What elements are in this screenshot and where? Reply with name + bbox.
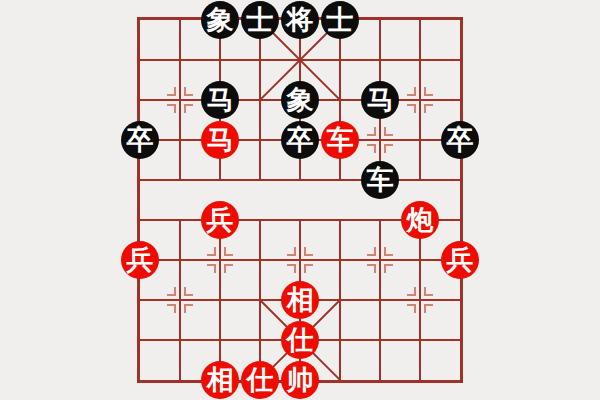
point-marker [167,87,176,96]
red-elephant-piece[interactable]: 相 [281,281,319,319]
black-pawn-piece[interactable]: 卒 [281,121,319,159]
point-marker [407,87,416,96]
red-pawn-piece[interactable]: 兵 [441,241,479,279]
point-marker [207,247,216,256]
black-horse-piece[interactable]: 马 [361,81,399,119]
point-marker [167,104,176,113]
point-marker [184,304,193,313]
black-chariot-piece[interactable]: 车 [361,161,399,199]
point-marker [424,104,433,113]
board-line [419,220,421,380]
black-pawn-piece[interactable]: 卒 [121,121,159,159]
point-marker [224,247,233,256]
black-advisor-piece[interactable]: 士 [321,1,359,39]
red-cannon-piece[interactable]: 炮 [401,201,439,239]
point-marker [367,264,376,273]
black-elephant-piece[interactable]: 象 [281,81,319,119]
red-advisor-piece[interactable]: 仕 [281,321,319,359]
xiangqi-diagram: xiangqi 象士将士马象马卒马卒车卒车兵炮兵兵相仕相仕帅 [0,0,600,400]
black-advisor-piece[interactable]: 士 [241,1,279,39]
point-marker [167,304,176,313]
black-general-piece[interactable]: 将 [281,1,319,39]
red-pawn-piece[interactable]: 兵 [121,241,159,279]
point-marker [407,104,416,113]
board-line [419,20,421,180]
point-marker [367,247,376,256]
point-marker [367,144,376,153]
point-marker [407,304,416,313]
red-horse-piece[interactable]: 马 [201,121,239,159]
point-marker [287,247,296,256]
point-marker [304,247,313,256]
point-marker [407,287,416,296]
black-pawn-piece[interactable]: 卒 [441,121,479,159]
red-pawn-piece[interactable]: 兵 [201,201,239,239]
board-line [379,220,381,380]
point-marker [184,87,193,96]
board-line [219,220,221,380]
board-line [179,220,181,380]
red-chariot-piece[interactable]: 车 [321,121,359,159]
point-marker [184,104,193,113]
point-marker [367,127,376,136]
point-marker [384,247,393,256]
point-marker [184,287,193,296]
point-marker [167,287,176,296]
black-horse-piece[interactable]: 马 [201,81,239,119]
point-marker [224,264,233,273]
red-elephant-piece[interactable]: 相 [201,361,239,399]
point-marker [424,304,433,313]
red-advisor-piece[interactable]: 仕 [241,361,279,399]
point-marker [304,264,313,273]
board-line [179,20,181,180]
point-marker [207,264,216,273]
point-marker [384,264,393,273]
point-marker [424,87,433,96]
black-elephant-piece[interactable]: 象 [201,1,239,39]
point-marker [384,144,393,153]
point-marker [287,264,296,273]
red-general-piece[interactable]: 帅 [281,361,319,399]
xiangqi-board: 象士将士马象马卒马卒车卒车兵炮兵兵相仕相仕帅 [0,0,600,400]
point-marker [384,127,393,136]
point-marker [424,287,433,296]
